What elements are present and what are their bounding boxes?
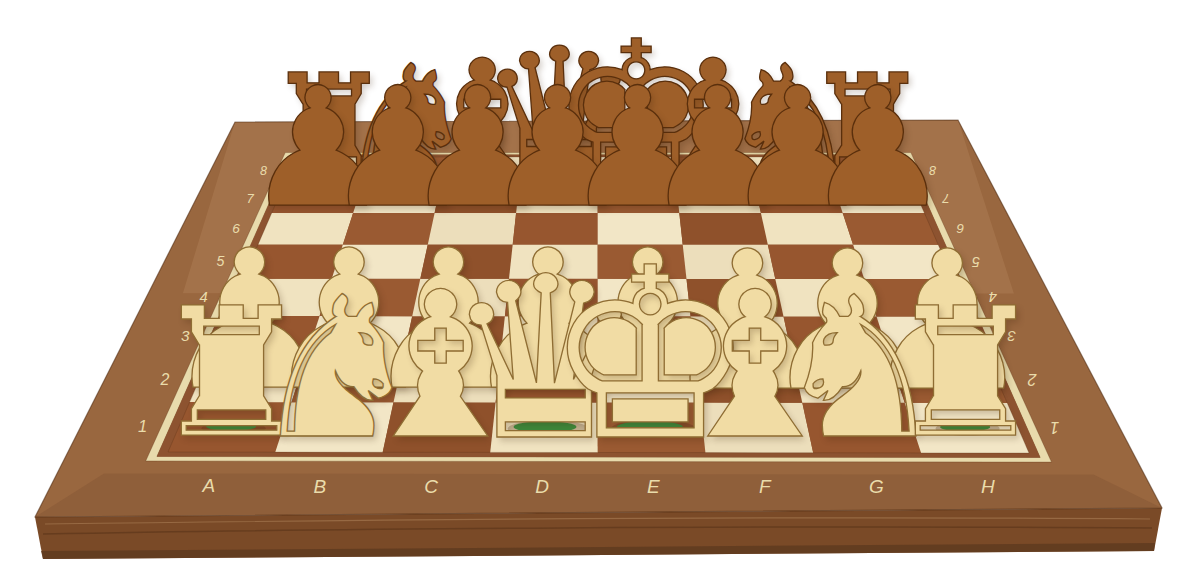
- square-g7: [755, 184, 843, 213]
- square-a8: [284, 157, 371, 184]
- square-e3: [598, 316, 695, 357]
- chess-board-photo: 1122334455667788ABCDEFGH ♜♞♝♛♚♝♞♜♟♟♟♟♟♟♟…: [0, 0, 1193, 580]
- rank-label-left-3: 3: [181, 327, 190, 344]
- rank-label-right-7: 7: [942, 191, 950, 206]
- square-f7: [676, 184, 761, 213]
- square-f5: [683, 245, 776, 279]
- square-e8: [598, 157, 677, 184]
- square-e2: [598, 357, 700, 402]
- square-a7: [272, 184, 363, 213]
- file-label-b: B: [314, 476, 327, 497]
- square-a3: [209, 316, 319, 357]
- rank-label-right-6: 6: [956, 221, 964, 236]
- square-h5: [853, 245, 953, 279]
- square-d2: [496, 357, 598, 402]
- rank-label-left-4: 4: [199, 289, 207, 305]
- square-b3: [306, 316, 412, 357]
- square-f1: [700, 403, 813, 453]
- square-g5: [768, 245, 864, 279]
- square-g8: [749, 157, 833, 184]
- square-c8: [441, 157, 522, 184]
- square-c6: [428, 213, 516, 245]
- square-d1: [490, 402, 598, 452]
- square-h7: [833, 184, 924, 213]
- rank-label-left-6: 6: [232, 221, 240, 236]
- square-f8: [673, 157, 754, 184]
- square-a2: [190, 357, 307, 402]
- rank-label-left-1: 1: [138, 417, 147, 435]
- square-a4: [227, 279, 332, 316]
- square-g6: [761, 213, 853, 245]
- file-label-f: F: [759, 476, 772, 497]
- square-e5: [598, 245, 687, 279]
- file-label-e: E: [647, 476, 660, 497]
- square-g1: [802, 403, 921, 453]
- square-h2: [890, 358, 1007, 403]
- rank-label-left-7: 7: [247, 191, 255, 206]
- rank-label-right-3: 3: [1007, 328, 1016, 345]
- square-c5: [420, 245, 512, 279]
- square-b2: [292, 357, 404, 402]
- square-f3: [691, 316, 793, 357]
- square-c3: [403, 316, 505, 357]
- square-d8: [519, 157, 597, 184]
- square-c7: [435, 184, 520, 213]
- square-h4: [864, 279, 969, 317]
- square-h6: [843, 213, 939, 245]
- square-h3: [877, 316, 988, 357]
- square-b7: [353, 184, 441, 213]
- rank-label-right-4: 4: [989, 289, 997, 305]
- square-b5: [332, 244, 428, 278]
- file-label-a: A: [202, 475, 216, 496]
- square-a6: [258, 213, 353, 245]
- square-f6: [679, 213, 768, 245]
- square-e1: [598, 403, 706, 453]
- square-f4: [687, 279, 784, 317]
- square-c4: [412, 279, 509, 317]
- square-b1: [275, 402, 393, 452]
- square-a5: [243, 244, 343, 278]
- square-e7: [598, 184, 680, 213]
- chess-board: 1122334455667788ABCDEFGH: [0, 0, 1193, 580]
- square-g2: [792, 358, 904, 403]
- square-b6: [343, 213, 435, 245]
- square-e6: [598, 213, 683, 245]
- square-g4: [775, 279, 876, 317]
- rank-label-left-5: 5: [217, 253, 225, 269]
- square-e4: [598, 279, 691, 317]
- rank-label-left-2: 2: [159, 371, 169, 388]
- square-g3: [784, 316, 890, 357]
- rank-label-right-1: 1: [1050, 418, 1059, 436]
- square-d3: [501, 316, 598, 357]
- rank-label-right-2: 2: [1028, 371, 1038, 388]
- square-c1: [383, 402, 496, 452]
- rank-label-left-8: 8: [260, 164, 267, 178]
- square-d5: [509, 245, 598, 279]
- rank-label-right-5: 5: [972, 254, 980, 270]
- square-d4: [505, 279, 598, 317]
- square-b4: [320, 279, 421, 317]
- square-b8: [363, 157, 447, 184]
- square-c2: [394, 357, 501, 402]
- file-label-c: C: [424, 476, 438, 497]
- square-h8: [824, 157, 911, 184]
- file-label-h: H: [981, 476, 995, 497]
- file-label-d: D: [535, 476, 549, 497]
- file-label-g: G: [869, 476, 884, 497]
- square-d6: [513, 213, 598, 245]
- square-d7: [516, 184, 598, 213]
- rank-label-right-8: 8: [929, 163, 936, 177]
- square-f2: [695, 357, 802, 402]
